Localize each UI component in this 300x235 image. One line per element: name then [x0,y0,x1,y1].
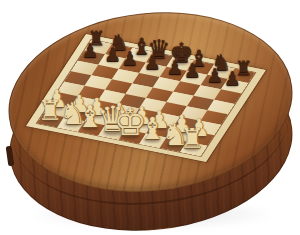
product-photo: ♜♞♝♛♚♝♞♜♟♟♟♟♟♟♟♟♟♟♟♟♟♟♟♟♜♞♝♛♚♝♞♜ [0,0,300,235]
